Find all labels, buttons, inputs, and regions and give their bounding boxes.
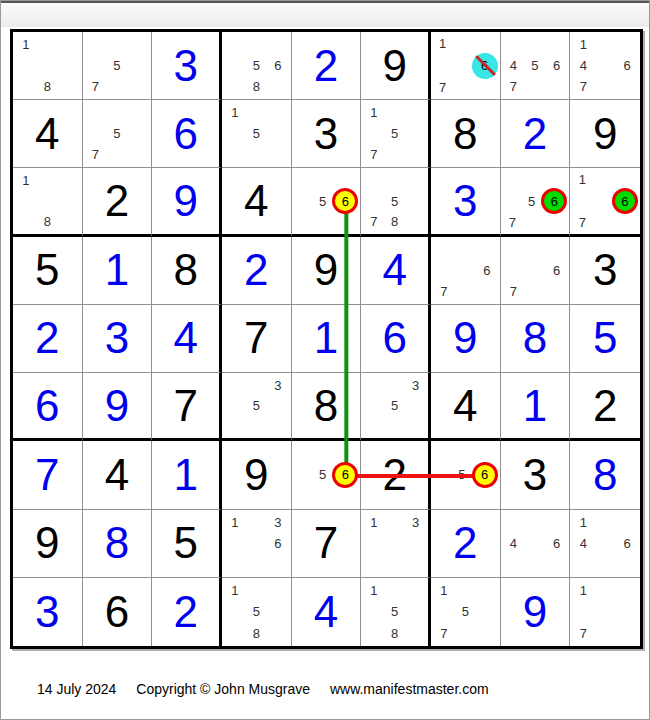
cell-r4c4[interactable]: 2 — [222, 237, 292, 305]
cell-r2c9[interactable]: 9 — [570, 100, 640, 168]
candidate-3[interactable] — [472, 34, 498, 53]
cell-r7c9[interactable]: 8 — [570, 441, 640, 509]
cell-r2c8[interactable]: 2 — [501, 100, 571, 168]
cell-r1c3[interactable]: 3 — [152, 32, 222, 100]
candidate-5[interactable] — [384, 533, 405, 554]
candidate-2[interactable] — [452, 34, 471, 53]
candidate-1[interactable]: 1 — [433, 580, 455, 601]
candidate-4[interactable] — [15, 55, 37, 76]
candidate-2[interactable] — [524, 239, 546, 260]
candidate-1[interactable] — [503, 512, 525, 533]
candidate-9[interactable] — [267, 416, 289, 436]
candidate-1[interactable] — [433, 443, 452, 462]
cell-r1c9[interactable]: 1467 — [570, 32, 640, 100]
candidate-5[interactable]: 5 — [106, 55, 128, 76]
candidate-8[interactable] — [524, 76, 546, 97]
candidate-6[interactable]: 6 — [616, 533, 638, 554]
candidate-1[interactable] — [433, 239, 455, 260]
cell-r7c7[interactable]: 56 — [431, 441, 501, 509]
candidate-2[interactable] — [452, 443, 471, 462]
cell-r2c1[interactable]: 4 — [13, 100, 83, 168]
cell-r2c4[interactable]: 15 — [222, 100, 292, 168]
candidate-1[interactable]: 1 — [433, 34, 452, 53]
cell-r3c4[interactable]: 4 — [222, 168, 292, 236]
candidate-6[interactable] — [267, 601, 289, 622]
cell-r3c2[interactable]: 2 — [83, 168, 153, 236]
candidate-9[interactable] — [476, 281, 498, 302]
candidate-6[interactable]: 6 — [332, 188, 358, 214]
candidate-6[interactable] — [128, 123, 150, 144]
candidate-5[interactable] — [455, 260, 477, 281]
candidate-3[interactable] — [405, 580, 426, 601]
candidate-7[interactable]: 7 — [433, 79, 452, 98]
candidate-6[interactable]: 6 — [472, 53, 498, 79]
candidate-9[interactable] — [128, 144, 150, 165]
candidate-5[interactable]: 5 — [246, 55, 268, 76]
candidate-8[interactable] — [594, 554, 616, 575]
candidate-2[interactable] — [384, 375, 405, 395]
cell-r9c4[interactable]: 158 — [222, 578, 292, 646]
candidate-3[interactable] — [332, 170, 358, 188]
candidate-3[interactable] — [472, 443, 498, 462]
candidate-2[interactable] — [455, 580, 477, 601]
cell-r7c1[interactable]: 7 — [13, 441, 83, 509]
cell-r3c3[interactable]: 9 — [152, 168, 222, 236]
candidate-6[interactable] — [58, 191, 80, 211]
candidate-4[interactable] — [363, 533, 384, 554]
candidate-7[interactable] — [224, 416, 246, 436]
cell-r1c2[interactable]: 57 — [83, 32, 153, 100]
candidate-6[interactable] — [405, 396, 426, 416]
candidate-8[interactable]: 8 — [384, 623, 405, 644]
candidate-9[interactable] — [405, 623, 426, 644]
candidate-2[interactable] — [384, 580, 405, 601]
candidate-7[interactable]: 7 — [363, 144, 384, 165]
candidate-1[interactable]: 1 — [224, 580, 246, 601]
cell-r5c5[interactable]: 1 — [292, 305, 362, 373]
cell-r6c6[interactable]: 35 — [361, 373, 431, 441]
cell-r3c9[interactable]: 167 — [570, 168, 640, 236]
candidate-1[interactable]: 1 — [363, 580, 384, 601]
candidate-6[interactable] — [405, 533, 426, 554]
candidate-8[interactable] — [106, 144, 128, 165]
cell-r1c6[interactable]: 9 — [361, 32, 431, 100]
candidate-9[interactable] — [616, 554, 638, 575]
candidate-7[interactable] — [503, 554, 525, 575]
candidate-2[interactable] — [106, 34, 128, 55]
candidate-1[interactable]: 1 — [15, 34, 37, 55]
candidate-6[interactable] — [128, 55, 150, 76]
candidate-6[interactable] — [616, 601, 638, 622]
cell-r4c1[interactable]: 5 — [13, 237, 83, 305]
candidate-3[interactable] — [58, 170, 80, 190]
candidate-8[interactable]: 8 — [246, 623, 268, 644]
cell-r3c1[interactable]: 18 — [13, 168, 83, 236]
candidate-4[interactable] — [85, 123, 107, 144]
cell-r4c2[interactable]: 1 — [83, 237, 153, 305]
cell-r7c6[interactable]: 2 — [361, 441, 431, 509]
cell-r2c6[interactable]: 157 — [361, 100, 431, 168]
candidate-5[interactable]: 5 — [246, 123, 268, 144]
cell-r3c6[interactable]: 578 — [361, 168, 431, 236]
candidate-8[interactable] — [106, 76, 128, 97]
candidate-7[interactable] — [15, 211, 37, 231]
candidate-2[interactable] — [313, 170, 332, 188]
cell-r2c2[interactable]: 57 — [83, 100, 153, 168]
candidate-1[interactable] — [363, 170, 384, 190]
candidate-4[interactable] — [294, 462, 313, 488]
candidate-7[interactable]: 7 — [85, 144, 107, 165]
candidate-1[interactable] — [294, 443, 313, 462]
candidate-2[interactable] — [246, 102, 268, 123]
candidate-8[interactable] — [246, 144, 268, 165]
candidate-5[interactable] — [246, 533, 268, 554]
candidate-2[interactable] — [246, 375, 268, 395]
cell-r4c5[interactable]: 9 — [292, 237, 362, 305]
candidate-4[interactable] — [363, 396, 384, 416]
cell-r5c1[interactable]: 2 — [13, 305, 83, 373]
candidate-9[interactable] — [546, 76, 568, 97]
candidate-6[interactable]: 6 — [612, 188, 638, 214]
candidate-1[interactable]: 1 — [224, 102, 246, 123]
candidate-1[interactable] — [224, 34, 246, 55]
cell-r2c3[interactable]: 6 — [152, 100, 222, 168]
candidate-2[interactable] — [106, 102, 128, 123]
candidate-9[interactable] — [472, 488, 498, 507]
candidate-3[interactable] — [616, 512, 638, 533]
candidate-8[interactable] — [594, 623, 616, 644]
cell-r5c8[interactable]: 8 — [501, 305, 571, 373]
candidate-2[interactable] — [522, 170, 541, 188]
candidate-9[interactable] — [267, 623, 289, 644]
candidate-4[interactable] — [572, 601, 594, 622]
candidate-1[interactable] — [363, 375, 384, 395]
candidate-9[interactable] — [405, 416, 426, 436]
candidate-6[interactable] — [405, 123, 426, 144]
candidate-3[interactable] — [546, 34, 568, 55]
candidate-9[interactable] — [267, 76, 289, 97]
cell-r4c7[interactable]: 67 — [431, 237, 501, 305]
candidate-5[interactable]: 5 — [246, 396, 268, 416]
candidate-3[interactable]: 3 — [267, 512, 289, 533]
cell-r7c5[interactable]: 56 — [292, 441, 362, 509]
cell-r1c1[interactable]: 18 — [13, 32, 83, 100]
candidate-9[interactable] — [612, 214, 638, 232]
candidate-7[interactable]: 7 — [85, 76, 107, 97]
candidate-1[interactable]: 1 — [572, 512, 594, 533]
candidate-1[interactable] — [503, 239, 525, 260]
cell-r1c5[interactable]: 2 — [292, 32, 362, 100]
candidate-9[interactable] — [58, 211, 80, 231]
cell-r9c8[interactable]: 9 — [501, 578, 571, 646]
candidate-3[interactable] — [58, 34, 80, 55]
candidate-3[interactable]: 3 — [405, 375, 426, 395]
cell-r8c9[interactable]: 146 — [570, 510, 640, 578]
candidate-8[interactable] — [594, 76, 616, 97]
candidate-4[interactable]: 4 — [503, 533, 525, 554]
candidate-6[interactable]: 6 — [332, 462, 358, 488]
candidate-3[interactable]: 3 — [405, 512, 426, 533]
candidate-2[interactable] — [524, 512, 546, 533]
candidate-3[interactable] — [405, 170, 426, 190]
cell-r8c4[interactable]: 136 — [222, 510, 292, 578]
candidate-1[interactable]: 1 — [363, 102, 384, 123]
cell-r8c5[interactable]: 7 — [292, 510, 362, 578]
cell-r2c5[interactable]: 3 — [292, 100, 362, 168]
cell-r5c2[interactable]: 3 — [83, 305, 153, 373]
candidate-6[interactable] — [267, 396, 289, 416]
candidate-4[interactable] — [363, 191, 384, 211]
candidate-9[interactable] — [267, 144, 289, 165]
candidate-4[interactable] — [294, 188, 313, 214]
candidate-5[interactable] — [452, 53, 471, 79]
candidate-3[interactable] — [128, 102, 150, 123]
candidate-5[interactable]: 5 — [522, 188, 541, 214]
candidate-6[interactable]: 6 — [267, 55, 289, 76]
candidate-6[interactable] — [405, 191, 426, 211]
candidate-3[interactable] — [541, 170, 567, 188]
candidate-7[interactable] — [294, 488, 313, 507]
candidate-7[interactable] — [363, 623, 384, 644]
candidate-7[interactable]: 7 — [433, 281, 455, 302]
candidate-2[interactable] — [384, 512, 405, 533]
candidate-8[interactable]: 8 — [37, 76, 59, 97]
candidate-7[interactable]: 7 — [572, 214, 592, 232]
candidate-2[interactable] — [246, 580, 268, 601]
candidate-4[interactable]: 4 — [572, 55, 594, 76]
cell-r8c1[interactable]: 9 — [13, 510, 83, 578]
candidate-3[interactable]: 3 — [267, 375, 289, 395]
cell-r5c7[interactable]: 9 — [431, 305, 501, 373]
cell-r5c6[interactable]: 6 — [361, 305, 431, 373]
cell-r8c3[interactable]: 5 — [152, 510, 222, 578]
cell-r8c2[interactable]: 8 — [83, 510, 153, 578]
cell-r4c9[interactable]: 3 — [570, 237, 640, 305]
candidate-1[interactable] — [503, 170, 522, 188]
candidate-8[interactable] — [452, 488, 471, 507]
candidate-1[interactable]: 1 — [572, 34, 594, 55]
candidate-4[interactable] — [572, 188, 592, 214]
candidate-9[interactable] — [616, 623, 638, 644]
candidate-7[interactable]: 7 — [503, 214, 522, 232]
candidate-8[interactable] — [455, 623, 477, 644]
candidate-6[interactable] — [405, 601, 426, 622]
candidate-7[interactable] — [15, 76, 37, 97]
candidate-8[interactable] — [384, 144, 405, 165]
candidate-5[interactable]: 5 — [313, 188, 332, 214]
candidate-9[interactable] — [332, 488, 358, 507]
candidate-5[interactable]: 5 — [524, 55, 546, 76]
candidate-1[interactable] — [85, 102, 107, 123]
candidate-9[interactable] — [472, 79, 498, 98]
candidate-2[interactable] — [455, 239, 477, 260]
candidate-5[interactable]: 5 — [246, 601, 268, 622]
candidate-5[interactable] — [37, 191, 59, 211]
candidate-3[interactable] — [612, 170, 638, 188]
candidate-8[interactable]: 8 — [246, 76, 268, 97]
candidate-1[interactable] — [85, 34, 107, 55]
candidate-5[interactable]: 5 — [455, 601, 477, 622]
candidate-4[interactable] — [85, 55, 107, 76]
candidate-4[interactable] — [224, 123, 246, 144]
cell-r8c7[interactable]: 2 — [431, 510, 501, 578]
cell-r1c7[interactable]: 167 — [431, 32, 501, 100]
candidate-1[interactable] — [224, 375, 246, 395]
candidate-2[interactable] — [37, 34, 59, 55]
candidate-9[interactable] — [405, 144, 426, 165]
candidate-2[interactable] — [384, 102, 405, 123]
candidate-2[interactable] — [524, 34, 546, 55]
candidate-7[interactable]: 7 — [503, 281, 525, 302]
candidate-8[interactable] — [524, 281, 546, 302]
candidate-1[interactable] — [294, 170, 313, 188]
cell-r7c4[interactable]: 9 — [222, 441, 292, 509]
candidate-3[interactable] — [546, 239, 568, 260]
candidate-5[interactable] — [37, 55, 59, 76]
candidate-4[interactable] — [224, 55, 246, 76]
candidate-9[interactable] — [405, 554, 426, 575]
candidate-2[interactable] — [592, 170, 612, 188]
candidate-8[interactable] — [524, 554, 546, 575]
candidate-4[interactable] — [503, 188, 522, 214]
candidate-8[interactable]: 8 — [384, 211, 405, 231]
cell-r3c8[interactable]: 567 — [501, 168, 571, 236]
candidate-4[interactable] — [224, 533, 246, 554]
candidate-2[interactable] — [37, 170, 59, 190]
candidate-4[interactable] — [224, 601, 246, 622]
candidate-8[interactable] — [246, 416, 268, 436]
candidate-8[interactable] — [455, 281, 477, 302]
candidate-6[interactable]: 6 — [546, 55, 568, 76]
cell-r9c2[interactable]: 6 — [83, 578, 153, 646]
candidate-4[interactable] — [433, 601, 455, 622]
candidate-1[interactable]: 1 — [572, 580, 594, 601]
candidate-3[interactable] — [546, 512, 568, 533]
candidate-5[interactable] — [594, 533, 616, 554]
cell-r7c8[interactable]: 3 — [501, 441, 571, 509]
candidate-4[interactable]: 4 — [503, 55, 525, 76]
candidate-8[interactable] — [592, 214, 612, 232]
candidate-5[interactable] — [592, 188, 612, 214]
candidate-5[interactable]: 5 — [384, 601, 405, 622]
candidate-6[interactable]: 6 — [546, 260, 568, 281]
candidate-5[interactable] — [594, 601, 616, 622]
cell-r4c3[interactable]: 8 — [152, 237, 222, 305]
candidate-7[interactable] — [363, 416, 384, 436]
candidate-5[interactable] — [524, 533, 546, 554]
candidate-6[interactable]: 6 — [546, 533, 568, 554]
candidate-7[interactable] — [433, 488, 452, 507]
candidate-4[interactable] — [363, 601, 384, 622]
candidate-6[interactable] — [476, 601, 498, 622]
cell-r7c2[interactable]: 4 — [83, 441, 153, 509]
cell-r6c1[interactable]: 6 — [13, 373, 83, 441]
candidate-9[interactable] — [267, 554, 289, 575]
candidate-6[interactable]: 6 — [541, 188, 567, 214]
cell-r8c6[interactable]: 13 — [361, 510, 431, 578]
cell-r9c7[interactable]: 157 — [431, 578, 501, 646]
candidate-5[interactable]: 5 — [106, 123, 128, 144]
candidate-7[interactable] — [224, 144, 246, 165]
candidate-1[interactable]: 1 — [224, 512, 246, 533]
candidate-7[interactable] — [363, 554, 384, 575]
candidate-6[interactable]: 6 — [476, 260, 498, 281]
cell-r6c3[interactable]: 7 — [152, 373, 222, 441]
candidate-8[interactable] — [384, 416, 405, 436]
cell-r4c8[interactable]: 67 — [501, 237, 571, 305]
candidate-3[interactable] — [616, 580, 638, 601]
candidate-7[interactable]: 7 — [572, 76, 594, 97]
candidate-3[interactable] — [616, 34, 638, 55]
candidate-7[interactable] — [224, 623, 246, 644]
candidate-7[interactable] — [224, 554, 246, 575]
cell-r8c8[interactable]: 46 — [501, 510, 571, 578]
cell-r5c9[interactable]: 5 — [570, 305, 640, 373]
candidate-8[interactable] — [384, 554, 405, 575]
candidate-2[interactable] — [313, 443, 332, 462]
candidate-3[interactable] — [476, 580, 498, 601]
cell-r4c6[interactable]: 4 — [361, 237, 431, 305]
candidate-1[interactable]: 1 — [572, 170, 592, 188]
candidate-6[interactable]: 6 — [616, 55, 638, 76]
candidate-3[interactable] — [267, 34, 289, 55]
candidate-9[interactable] — [541, 214, 567, 232]
cell-r1c8[interactable]: 4567 — [501, 32, 571, 100]
candidate-2[interactable] — [594, 512, 616, 533]
candidate-6[interactable] — [58, 55, 80, 76]
candidate-9[interactable] — [546, 554, 568, 575]
candidate-6[interactable]: 6 — [472, 462, 498, 488]
candidate-9[interactable] — [616, 76, 638, 97]
candidate-3[interactable] — [405, 102, 426, 123]
candidate-9[interactable] — [332, 214, 358, 232]
candidate-9[interactable] — [476, 623, 498, 644]
candidate-6[interactable] — [267, 123, 289, 144]
candidate-6[interactable]: 6 — [267, 533, 289, 554]
cell-r6c7[interactable]: 4 — [431, 373, 501, 441]
candidate-4[interactable]: 4 — [572, 533, 594, 554]
candidate-7[interactable]: 7 — [433, 623, 455, 644]
cell-r6c4[interactable]: 35 — [222, 373, 292, 441]
candidate-8[interactable] — [313, 214, 332, 232]
candidate-4[interactable] — [363, 123, 384, 144]
candidate-4[interactable] — [433, 462, 452, 488]
candidate-3[interactable] — [476, 239, 498, 260]
cell-r6c5[interactable]: 8 — [292, 373, 362, 441]
candidate-1[interactable]: 1 — [15, 170, 37, 190]
candidate-8[interactable] — [452, 79, 471, 98]
candidate-2[interactable] — [246, 34, 268, 55]
cell-r9c1[interactable]: 3 — [13, 578, 83, 646]
candidate-3[interactable] — [267, 102, 289, 123]
cell-r1c4[interactable]: 568 — [222, 32, 292, 100]
candidate-7[interactable] — [572, 554, 594, 575]
candidate-7[interactable]: 7 — [572, 623, 594, 644]
candidate-5[interactable]: 5 — [384, 123, 405, 144]
cell-r6c2[interactable]: 9 — [83, 373, 153, 441]
candidate-5[interactable] — [524, 260, 546, 281]
candidate-9[interactable] — [128, 76, 150, 97]
candidate-8[interactable] — [313, 488, 332, 507]
candidate-8[interactable] — [522, 214, 541, 232]
cell-r5c3[interactable]: 4 — [152, 305, 222, 373]
candidate-2[interactable] — [384, 170, 405, 190]
candidate-8[interactable]: 8 — [37, 211, 59, 231]
candidate-7[interactable]: 7 — [503, 76, 525, 97]
cell-r6c8[interactable]: 1 — [501, 373, 571, 441]
candidate-5[interactable]: 5 — [384, 191, 405, 211]
candidate-3[interactable] — [267, 580, 289, 601]
